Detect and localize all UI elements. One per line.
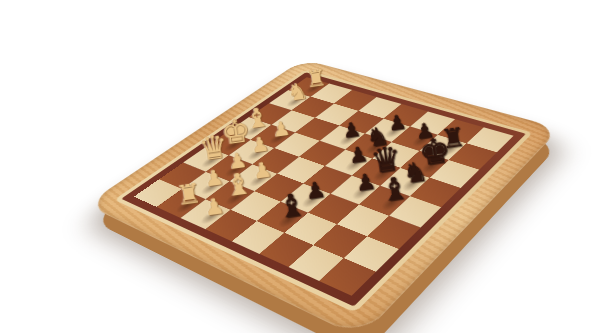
black-bishop-d2: ♝ (379, 173, 411, 207)
white-queen-c8: ♛ (197, 131, 230, 165)
white-pawn-c6: ♟ (252, 160, 274, 183)
white-bishop-b6: ♝ (223, 169, 254, 201)
white-rook-a7: ♜ (176, 180, 204, 209)
white-pawn-a6: ♟ (203, 196, 226, 220)
white-pawn-d7: ♟ (250, 135, 271, 157)
black-pawn-d3: ♟ (355, 172, 378, 196)
photo-background: ♛♚♝♞♜♜♟♟♟♟♟♝♟♟♝♟♟♞♟♟♛♟♝♞♚♜ (0, 0, 600, 333)
square-h6 (334, 90, 376, 111)
board-mahogany-band: ♛♚♝♞♜♜♟♟♟♟♟♝♟♟♝♟♟♞♟♟♛♟♝♞♚♜ (121, 72, 526, 306)
black-pawn-f5: ♟ (341, 120, 362, 142)
chess-board: ♛♚♝♞♜♜♟♟♟♟♟♝♟♟♝♟♟♞♟♟♛♟♝♞♚♜ (86, 59, 561, 333)
board-maple-strip: ♛♚♝♞♜♜♟♟♟♟♟♝♟♟♝♟♟♞♟♟♛♟♝♞♚♜ (114, 70, 533, 313)
black-pawn-e4: ♟ (348, 145, 370, 168)
white-rook-h8: ♜ (305, 67, 328, 91)
square-h1 (467, 127, 514, 152)
black-pawn-c4: ♟ (304, 180, 327, 204)
black-bishop-b4: ♝ (276, 190, 308, 224)
black-pawn-g4: ♟ (387, 113, 408, 135)
white-pawn-e7: ♟ (271, 120, 291, 141)
board-oak-frame: ♛♚♝♞♜♜♟♟♟♟♟♝♟♟♝♟♟♞♟♟♛♟♝♞♚♜ (86, 59, 561, 333)
white-knight-g8: ♞ (286, 80, 309, 104)
